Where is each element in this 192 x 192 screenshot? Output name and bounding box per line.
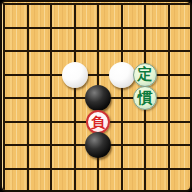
marker-label: 負 xyxy=(91,115,105,129)
white-stone xyxy=(109,62,135,88)
white-stone xyxy=(62,62,88,88)
go-board[interactable]: 定慣負 xyxy=(0,0,192,192)
candidate-move-marker-red[interactable]: 負 xyxy=(86,110,110,134)
marker-label: 慣 xyxy=(138,91,153,106)
candidate-move-marker-green[interactable]: 定 xyxy=(133,63,157,87)
grid-line-horizontal xyxy=(3,168,192,170)
grid-line-vertical xyxy=(168,3,170,192)
black-stone xyxy=(85,85,111,111)
black-stone xyxy=(85,132,111,158)
grid-line-horizontal xyxy=(3,191,192,192)
candidate-move-marker-green[interactable]: 慣 xyxy=(133,86,157,110)
grid-line-vertical xyxy=(121,3,123,192)
grid-line-vertical xyxy=(191,3,192,192)
marker-label: 定 xyxy=(138,67,153,82)
